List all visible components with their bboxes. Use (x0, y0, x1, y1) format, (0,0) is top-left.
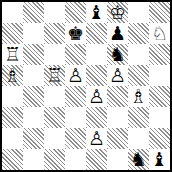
square-c6[interactable] (44, 44, 65, 65)
square-g7[interactable] (128, 23, 149, 44)
square-d3[interactable] (65, 107, 86, 128)
square-c4[interactable] (44, 86, 65, 107)
square-e7[interactable] (86, 23, 107, 44)
square-a5[interactable]: ♗ (2, 65, 23, 86)
square-e1[interactable] (86, 149, 107, 170)
square-a6[interactable]: ♖ (2, 44, 23, 65)
square-c1[interactable] (44, 149, 65, 170)
square-h7[interactable]: ♘ (149, 23, 170, 44)
white-pawn: ♙ (109, 65, 126, 86)
square-c2[interactable] (44, 128, 65, 149)
square-h3[interactable] (149, 107, 170, 128)
square-b4[interactable] (23, 86, 44, 107)
square-g4[interactable]: ♗ (128, 86, 149, 107)
square-g5[interactable] (128, 65, 149, 86)
square-h1[interactable]: ♝ (149, 149, 170, 170)
black-bishop: ♝ (88, 2, 105, 23)
white-knight: ♘ (151, 23, 168, 44)
square-f2[interactable] (107, 128, 128, 149)
square-h8[interactable] (149, 2, 170, 23)
square-c3[interactable] (44, 107, 65, 128)
square-b2[interactable] (23, 128, 44, 149)
square-b3[interactable] (23, 107, 44, 128)
black-bishop: ♝ (151, 149, 168, 170)
black-pawn: ♟ (109, 23, 126, 44)
white-pawn: ♙ (88, 128, 105, 149)
square-g8[interactable] (128, 2, 149, 23)
square-e5[interactable] (86, 65, 107, 86)
square-a4[interactable] (2, 86, 23, 107)
square-g1[interactable]: ♞ (128, 149, 149, 170)
square-e3[interactable] (86, 107, 107, 128)
square-g2[interactable] (128, 128, 149, 149)
square-d7[interactable]: ♚ (65, 23, 86, 44)
chess-board: ♝♔♚♟♘♖♞♗♖♙♙♙♗♙♞♝ (0, 0, 172, 172)
square-d1[interactable] (65, 149, 86, 170)
square-d2[interactable] (65, 128, 86, 149)
white-rook: ♖ (4, 44, 21, 65)
white-bishop: ♗ (130, 86, 147, 107)
square-h5[interactable] (149, 65, 170, 86)
square-d4[interactable] (65, 86, 86, 107)
square-e8[interactable]: ♝ (86, 2, 107, 23)
square-h2[interactable] (149, 128, 170, 149)
chess-diagram: ♝♔♚♟♘♖♞♗♖♙♙♙♗♙♞♝ (0, 0, 172, 172)
square-a2[interactable] (2, 128, 23, 149)
square-a3[interactable] (2, 107, 23, 128)
square-b6[interactable] (23, 44, 44, 65)
white-king: ♔ (109, 2, 126, 23)
square-a1[interactable] (2, 149, 23, 170)
square-g6[interactable] (128, 44, 149, 65)
square-g3[interactable] (128, 107, 149, 128)
square-f8[interactable]: ♔ (107, 2, 128, 23)
square-f4[interactable] (107, 86, 128, 107)
black-knight: ♞ (109, 44, 126, 65)
square-c5[interactable]: ♖ (44, 65, 65, 86)
square-b8[interactable] (23, 2, 44, 23)
square-f5[interactable]: ♙ (107, 65, 128, 86)
square-c7[interactable] (44, 23, 65, 44)
square-f6[interactable]: ♞ (107, 44, 128, 65)
square-a8[interactable] (2, 2, 23, 23)
square-e2[interactable]: ♙ (86, 128, 107, 149)
square-h6[interactable] (149, 44, 170, 65)
square-f1[interactable] (107, 149, 128, 170)
square-d5[interactable]: ♙ (65, 65, 86, 86)
square-b7[interactable] (23, 23, 44, 44)
white-pawn: ♙ (88, 86, 105, 107)
white-bishop: ♗ (4, 65, 21, 86)
square-b1[interactable] (23, 149, 44, 170)
square-b5[interactable] (23, 65, 44, 86)
square-f7[interactable]: ♟ (107, 23, 128, 44)
square-d8[interactable] (65, 2, 86, 23)
square-e4[interactable]: ♙ (86, 86, 107, 107)
square-d6[interactable] (65, 44, 86, 65)
white-rook: ♖ (46, 65, 63, 86)
square-a7[interactable] (2, 23, 23, 44)
square-f3[interactable] (107, 107, 128, 128)
square-c8[interactable] (44, 2, 65, 23)
black-knight: ♞ (130, 149, 147, 170)
square-e6[interactable] (86, 44, 107, 65)
black-king: ♚ (67, 23, 84, 44)
white-pawn: ♙ (67, 65, 84, 86)
square-h4[interactable] (149, 86, 170, 107)
